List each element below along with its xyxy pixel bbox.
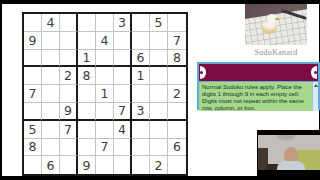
sudoku-cell-r1c1[interactable]: [24, 14, 42, 32]
sudoku-cell-r4c3[interactable]: 2: [60, 67, 78, 85]
sudoku-cell-r4c1[interactable]: [24, 67, 42, 85]
sudoku-cell-r2c8[interactable]: [150, 32, 168, 50]
webcam-image: [258, 135, 320, 170]
sudoku-cell-r2c9[interactable]: 7: [168, 32, 186, 50]
sudoku-cell-r1c2[interactable]: 4: [42, 14, 60, 32]
sudoku-cell-r7c9[interactable]: [168, 121, 186, 139]
rules-panel-header: [199, 64, 318, 81]
sudoku-cell-r3c2[interactable]: [42, 50, 60, 68]
ribbon-dot-right: [314, 71, 317, 74]
sudoku-cell-r3c9[interactable]: 8: [168, 50, 186, 68]
sudoku-cell-r3c5[interactable]: [96, 50, 114, 68]
sudoku-cell-r8c5[interactable]: 7: [96, 139, 114, 157]
ceiling-fixture: [277, 135, 295, 140]
sudoku-cell-r9c2[interactable]: 6: [42, 156, 60, 174]
duck-beak-image: [275, 18, 279, 20]
sudoku-cell-r1c5[interactable]: [96, 14, 114, 32]
sudoku-cell-r3c1[interactable]: [24, 50, 42, 68]
webcam-feed: [257, 130, 320, 176]
presenter-shirt: [277, 161, 305, 170]
sudoku-cell-r9c8[interactable]: 2: [150, 156, 168, 174]
sudoku-cell-r5c2[interactable]: [42, 85, 60, 103]
sudoku-cell-r8c9[interactable]: 6: [168, 139, 186, 157]
sudoku-cell-r3c7[interactable]: 6: [132, 50, 150, 68]
sudoku-cell-r9c4[interactable]: 9: [78, 156, 96, 174]
sudoku-cell-r7c8[interactable]: [150, 121, 168, 139]
sudoku-cell-r2c2[interactable]: [42, 32, 60, 50]
sudoku-cell-r6c5[interactable]: [96, 103, 114, 121]
sudoku-cell-r6c7[interactable]: 3: [132, 103, 150, 121]
video-frame: 435947168281712973574876692 SudoKanard N…: [2, 4, 319, 176]
channel-name: SudoKanard: [242, 48, 310, 57]
sudoku-cell-r3c8[interactable]: [150, 50, 168, 68]
sudoku-cell-r4c9[interactable]: [168, 67, 186, 85]
sudoku-cell-r9c7[interactable]: [132, 156, 150, 174]
sudoku-cell-r6c6[interactable]: 7: [114, 103, 132, 121]
sudoku-cell-r5c6[interactable]: [114, 85, 132, 103]
sudoku-cell-r5c8[interactable]: [150, 85, 168, 103]
ribbon-end-left-icon: [200, 66, 206, 79]
sudoku-cell-r5c9[interactable]: 2: [168, 85, 186, 103]
sudoku-cell-r1c7[interactable]: [132, 14, 150, 32]
sudoku-cell-r8c8[interactable]: [150, 139, 168, 157]
sudoku-cell-r5c5[interactable]: 1: [96, 85, 114, 103]
sudoku-cell-r5c7[interactable]: [132, 85, 150, 103]
sudoku-cell-r9c6[interactable]: [114, 156, 132, 174]
sudoku-cell-r9c9[interactable]: [168, 156, 186, 174]
sudoku-cell-r9c3[interactable]: [60, 156, 78, 174]
sudoku-cell-r8c6[interactable]: [114, 139, 132, 157]
duck-figurine-image: [262, 21, 277, 34]
sudoku-cell-r1c3[interactable]: [60, 14, 78, 32]
sudoku-cell-r8c2[interactable]: [42, 139, 60, 157]
sudoku-cell-r1c8[interactable]: 5: [150, 14, 168, 32]
sudoku-cell-r7c5[interactable]: [96, 121, 114, 139]
rules-scrollbar[interactable]: [312, 82, 318, 111]
sudoku-cell-r6c9[interactable]: [168, 103, 186, 121]
sudoku-cell-r7c7[interactable]: [132, 121, 150, 139]
sudoku-cell-r1c9[interactable]: [168, 14, 186, 32]
sudoku-cell-r3c3[interactable]: [60, 50, 78, 68]
sudoku-cell-r2c6[interactable]: [114, 32, 132, 50]
sudoku-cell-r6c3[interactable]: 9: [60, 103, 78, 121]
sudoku-cell-r4c7[interactable]: 1: [132, 67, 150, 85]
sudoku-cell-r4c5[interactable]: [96, 67, 114, 85]
sudoku-cell-r8c4[interactable]: [78, 139, 96, 157]
sudoku-cell-r2c4[interactable]: [78, 32, 96, 50]
sudoku-cell-r6c8[interactable]: [150, 103, 168, 121]
sudoku-board: 435947168281712973574876692: [22, 12, 188, 176]
sudoku-cell-r7c4[interactable]: [78, 121, 96, 139]
sudoku-cell-r5c1[interactable]: 7: [24, 85, 42, 103]
sudoku-cell-r1c6[interactable]: 3: [114, 14, 132, 32]
rules-text: Normal Sudoku rules apply. Place the dig…: [202, 84, 310, 112]
sudoku-cell-r3c4[interactable]: 1: [78, 50, 96, 68]
sudoku-cell-r2c7[interactable]: [132, 32, 150, 50]
sudoku-cell-r4c4[interactable]: 8: [78, 67, 96, 85]
sudoku-cell-r4c2[interactable]: [42, 67, 60, 85]
sudoku-cell-r2c1[interactable]: 9: [24, 32, 42, 50]
sudoku-cell-r7c3[interactable]: 7: [60, 121, 78, 139]
channel-photo: [245, 4, 307, 45]
sudoku-cell-r8c1[interactable]: 8: [24, 139, 42, 157]
sudoku-cell-r7c1[interactable]: 5: [24, 121, 42, 139]
sudoku-cell-r6c4[interactable]: [78, 103, 96, 121]
sudoku-cell-r4c6[interactable]: [114, 67, 132, 85]
sudoku-cell-r8c7[interactable]: [132, 139, 150, 157]
sudoku-cell-r6c1[interactable]: [24, 103, 42, 121]
sudoku-cell-r7c6[interactable]: 4: [114, 121, 132, 139]
rules-panel: Normal Sudoku rules apply. Place the dig…: [197, 62, 320, 110]
scroll-up-icon[interactable]: [314, 84, 318, 87]
ribbon-end-right-icon: [311, 66, 317, 79]
sudoku-cell-r8c3[interactable]: [60, 139, 78, 157]
sudoku-cell-r2c5[interactable]: 4: [96, 32, 114, 50]
sudoku-cell-r2c3[interactable]: [60, 32, 78, 50]
sudoku-cell-r5c4[interactable]: [78, 85, 96, 103]
sudoku-cell-r1c4[interactable]: [78, 14, 96, 32]
sudoku-cell-r5c3[interactable]: [60, 85, 78, 103]
sudoku-cell-r9c5[interactable]: [96, 156, 114, 174]
ribbon-dot-left: [200, 71, 203, 74]
sudoku-cell-r7c2[interactable]: [42, 121, 60, 139]
sudoku-cell-r3c6[interactable]: [114, 50, 132, 68]
sudoku-cell-r6c2[interactable]: [42, 103, 60, 121]
sudoku-cell-r4c8[interactable]: [150, 67, 168, 85]
sudoku-cell-r9c1[interactable]: [24, 156, 42, 174]
rules-panel-body: Normal Sudoku rules apply. Place the dig…: [199, 81, 318, 111]
